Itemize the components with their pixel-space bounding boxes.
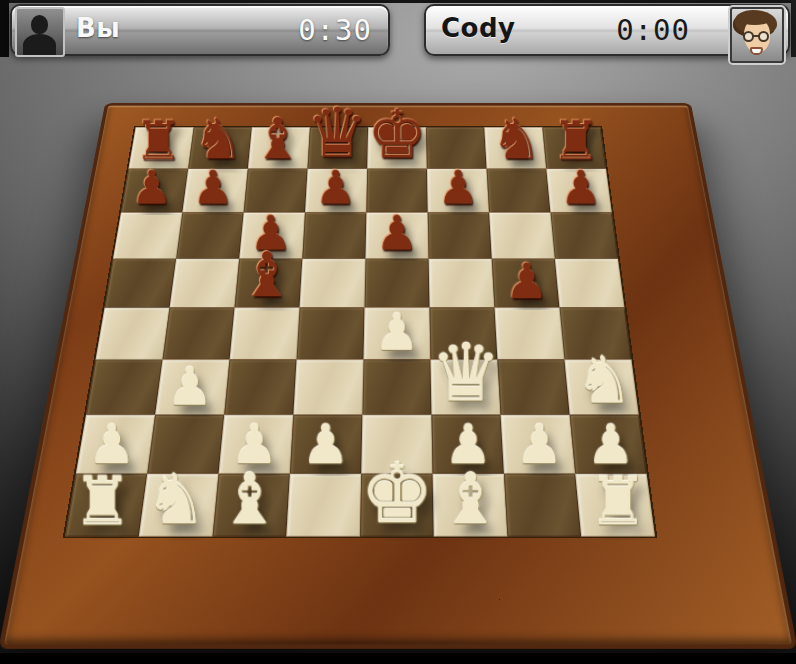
white-pawn-e4[interactable]: ♟: [374, 307, 419, 358]
square-g8[interactable]: ♞: [484, 127, 546, 168]
square-a3[interactable]: [86, 360, 163, 415]
square-g7[interactable]: [487, 169, 551, 213]
square-f7[interactable]: ♟: [427, 169, 489, 213]
black-bishop-c8[interactable]: ♝: [252, 110, 303, 167]
white-bishop-c1[interactable]: ♝: [218, 464, 281, 534]
black-knight-g8[interactable]: ♞: [491, 111, 541, 167]
square-g2[interactable]: ♟: [501, 415, 576, 474]
black-rook-a8[interactable]: ♜: [134, 113, 183, 167]
bottom-black-bar: [0, 653, 796, 664]
square-f3[interactable]: ♛: [430, 360, 500, 415]
square-e6[interactable]: ♟: [365, 212, 428, 258]
square-f6[interactable]: [428, 212, 492, 258]
square-d4[interactable]: [297, 308, 365, 360]
square-f1[interactable]: ♝: [433, 474, 508, 537]
black-rook-h8[interactable]: ♜: [552, 113, 601, 167]
white-rook-a1[interactable]: ♜: [72, 468, 132, 535]
square-d5[interactable]: [300, 259, 366, 308]
square-c5[interactable]: ♝: [235, 259, 303, 308]
square-h1[interactable]: ♜: [575, 474, 655, 537]
square-c3[interactable]: [224, 360, 296, 415]
square-b7[interactable]: ♟: [182, 169, 248, 213]
square-a1[interactable]: ♜: [65, 474, 147, 537]
square-b4[interactable]: [163, 308, 235, 360]
square-h6[interactable]: [550, 212, 618, 258]
square-b3[interactable]: ♟: [155, 360, 229, 415]
square-g3[interactable]: [497, 360, 569, 415]
square-d3[interactable]: [293, 360, 363, 415]
square-a5[interactable]: [105, 259, 177, 308]
white-pawn-d2[interactable]: ♟: [301, 418, 349, 472]
black-pawn-f7[interactable]: ♟: [438, 165, 480, 211]
white-rook-h1[interactable]: ♜: [588, 468, 648, 535]
black-pawn-b7[interactable]: ♟: [192, 165, 234, 211]
square-g5[interactable]: ♟: [492, 259, 560, 308]
square-g1[interactable]: [504, 474, 581, 537]
square-h3[interactable]: ♞: [564, 360, 638, 415]
white-knight-b1[interactable]: ♞: [145, 465, 207, 534]
chess-board: ♜♞♝♛♚♞♜♟♟♟♟♟♟♟♝♟♟♟♛♞♟♟♟♟♟♟♜♞♝♚♝♜: [0, 103, 796, 649]
black-pawn-h7[interactable]: ♟: [560, 165, 602, 211]
square-h7[interactable]: ♟: [546, 169, 612, 213]
square-a4[interactable]: [96, 308, 170, 360]
square-d1[interactable]: [286, 474, 361, 537]
square-c4[interactable]: [230, 308, 300, 360]
square-b5[interactable]: [170, 259, 240, 308]
black-pawn-g5[interactable]: ♟: [505, 257, 549, 306]
white-king-e1[interactable]: ♚: [360, 452, 434, 535]
black-pawn-e6[interactable]: ♟: [376, 209, 419, 257]
square-c8[interactable]: ♝: [248, 127, 310, 168]
square-g4[interactable]: [495, 308, 565, 360]
square-a7[interactable]: ♟: [121, 169, 188, 213]
black-bishop-c5[interactable]: ♝: [239, 244, 295, 306]
square-e3[interactable]: [362, 360, 431, 415]
square-d2[interactable]: ♟: [290, 415, 362, 474]
black-king-e8[interactable]: ♚: [367, 101, 427, 168]
white-bishop-f1[interactable]: ♝: [439, 464, 502, 534]
square-d6[interactable]: [302, 212, 366, 258]
square-h5[interactable]: [555, 259, 625, 308]
square-a6[interactable]: [113, 212, 182, 258]
square-e8[interactable]: ♚: [367, 127, 427, 168]
black-knight-b8[interactable]: ♞: [193, 111, 243, 167]
board-scene: ♜♞♝♛♚♞♜♟♟♟♟♟♟♟♝♟♟♟♛♞♟♟♟♟♟♟♜♞♝♚♝♜: [0, 0, 796, 664]
black-queen-d8[interactable]: ♛: [307, 99, 369, 168]
white-pawn-g2[interactable]: ♟: [515, 418, 563, 472]
square-e5[interactable]: [365, 259, 430, 308]
board-grid: ♜♞♝♛♚♞♜♟♟♟♟♟♟♟♝♟♟♟♛♞♟♟♟♟♟♟♜♞♝♚♝♜: [63, 126, 658, 538]
white-knight-h3[interactable]: ♞: [575, 348, 633, 413]
square-b6[interactable]: [176, 212, 244, 258]
square-g6[interactable]: [489, 212, 555, 258]
white-pawn-b3[interactable]: ♟: [166, 361, 213, 413]
square-c1[interactable]: ♝: [213, 474, 290, 537]
black-pawn-d7[interactable]: ♟: [315, 165, 357, 211]
square-e1[interactable]: ♚: [360, 474, 434, 537]
square-b1[interactable]: ♞: [139, 474, 219, 537]
square-d7[interactable]: ♟: [305, 169, 367, 213]
white-queen-f3[interactable]: ♛: [430, 334, 501, 413]
wooden-frame: ♜♞♝♛♚♞♜♟♟♟♟♟♟♟♝♟♟♟♛♞♟♟♟♟♟♟♜♞♝♚♝♜: [0, 103, 796, 649]
black-pawn-a7[interactable]: ♟: [131, 165, 173, 211]
square-e4[interactable]: ♟: [363, 308, 430, 360]
square-f5[interactable]: [429, 259, 495, 308]
